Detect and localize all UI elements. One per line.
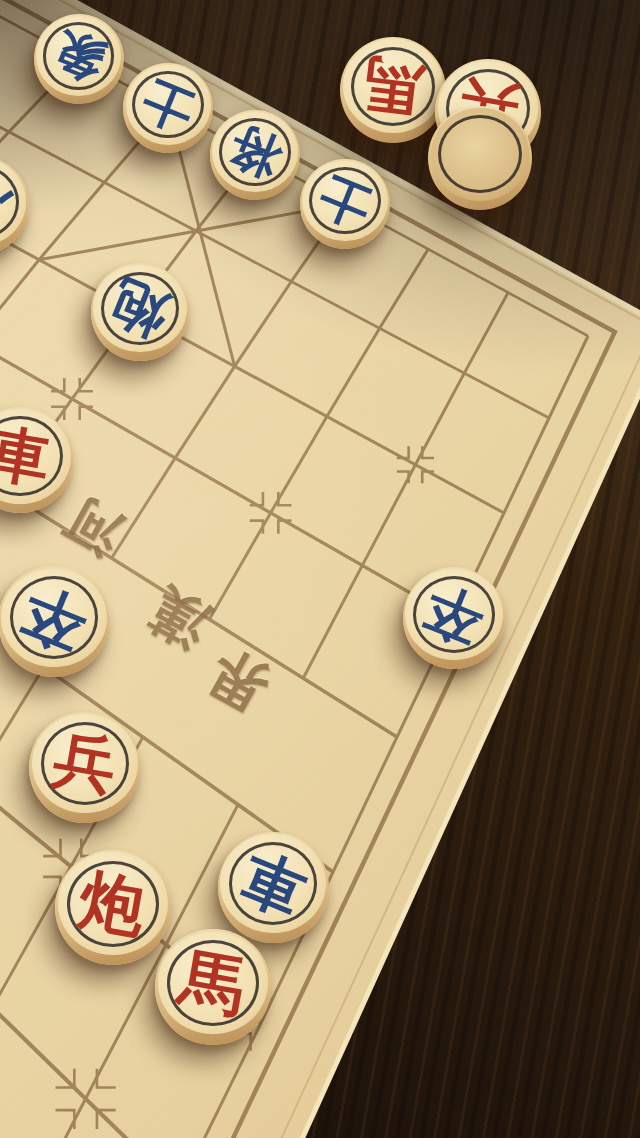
piece-black-chariot[interactable]: 車 [218,832,329,943]
piece-black-advisor[interactable]: 士 [123,63,213,153]
piece-red-horse[interactable]: 馬 [155,929,270,1044]
piece-character: 兵 [49,727,121,799]
piece-black-elephant[interactable]: 象 [34,14,124,104]
piece-face: 象 [36,16,122,96]
piece-red-cannon[interactable]: 炮 [55,850,170,965]
piece-face: 卒 [1,569,106,668]
piece-face: 兵 [32,714,137,813]
piece-face: 車 [220,834,325,933]
captured-piece-hidden [428,106,532,210]
piece-black-advisor[interactable]: 士 [300,159,390,249]
piece-face [431,108,530,201]
piece-black-cannon[interactable]: 炮 [91,263,189,361]
piece-character: 馬 [175,945,250,1020]
piece-ring [438,115,521,193]
xiangqi-scene: 楚河漢界 象士将士馬炮卒車卒兵車炮馬馬兵 [0,0,640,1138]
piece-black-soldier[interactable]: 卒 [403,567,506,670]
piece-character: 馬 [360,53,426,119]
piece-black-general[interactable]: 将 [210,110,300,200]
piece-face: 馬 [158,932,267,1035]
piece-face: 炮 [93,265,186,353]
piece-face: 将 [212,112,298,192]
captured-piece-red-horse: 馬 [340,37,446,143]
piece-red-soldier[interactable]: 兵 [29,712,140,823]
piece-face: 士 [126,65,212,145]
piece-face: 馬 [343,39,444,133]
piece-face: 士 [302,161,388,241]
piece-character: 炮 [75,866,150,941]
piece-face: 炮 [58,852,167,955]
piece-face: 卒 [405,569,502,660]
